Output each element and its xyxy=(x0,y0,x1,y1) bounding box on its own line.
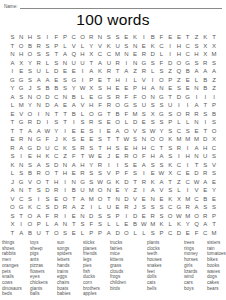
grid-cell: E xyxy=(87,135,96,144)
grid-cell: I xyxy=(61,127,70,136)
grid-cell: J xyxy=(26,84,35,93)
grid-cell: G xyxy=(17,178,26,187)
grid-cell: C xyxy=(175,161,184,170)
grid-cell: D xyxy=(87,212,96,221)
grid-cell: L xyxy=(78,93,87,102)
grid-cell: Z xyxy=(210,84,219,93)
grid-cell: E xyxy=(166,84,175,93)
grid-cell: T xyxy=(104,195,113,204)
grid-cell: S xyxy=(166,152,175,161)
grid-cell: E xyxy=(113,186,122,195)
grid-cell: H xyxy=(52,178,61,187)
grid-cell: F xyxy=(157,33,166,42)
grid-cell: I xyxy=(122,59,131,68)
grid-cell: N xyxy=(8,50,17,59)
grid-cell: M xyxy=(183,212,192,221)
grid-cell: C xyxy=(201,229,210,238)
grid-cell: D xyxy=(131,212,140,221)
grid-cell: L xyxy=(139,229,148,238)
grid-cell: B xyxy=(201,84,210,93)
grid-cell: C xyxy=(17,195,26,204)
grid-cell: P xyxy=(113,212,122,221)
grid-cell: M xyxy=(210,50,219,59)
grid-cell: R xyxy=(34,42,43,51)
grid-cell: K xyxy=(61,144,70,153)
word-item: beds xyxy=(2,291,30,297)
grid-cell: T xyxy=(17,212,26,221)
grid-cell: E xyxy=(52,76,61,85)
grid-cell: I xyxy=(113,161,122,170)
grid-cell: T xyxy=(17,127,26,136)
grid-cell: F xyxy=(122,110,131,119)
grid-cell: R xyxy=(192,110,201,119)
grid-cell: D xyxy=(52,67,61,76)
grid-cell: G xyxy=(157,93,166,102)
grid-cell: W xyxy=(139,220,148,229)
grid-cell: P xyxy=(210,212,219,221)
grid-cell: Z xyxy=(166,67,175,76)
grid-cell: Z xyxy=(131,67,140,76)
grid-cell: R xyxy=(104,67,113,76)
grid-cell: A xyxy=(34,127,43,136)
grid-cell: I xyxy=(201,93,210,102)
grid-cell: I xyxy=(175,101,184,110)
grid-cell: R xyxy=(139,178,148,187)
grid-cell: L xyxy=(78,42,87,51)
grid-cell: S xyxy=(148,229,157,238)
grid-cell: X xyxy=(210,42,219,51)
grid-cell: A xyxy=(52,101,61,110)
grid-cell: M xyxy=(183,195,192,204)
grid-cell: I xyxy=(166,50,175,59)
grid-cell: S xyxy=(34,33,43,42)
grid-cell: Z xyxy=(61,152,70,161)
grid-cell: F xyxy=(52,33,61,42)
grid-cell: G xyxy=(96,93,105,102)
grid-cell: E xyxy=(139,42,148,51)
grid-cell: U xyxy=(78,186,87,195)
grid-cell: C xyxy=(166,229,175,238)
grid-cell: L xyxy=(131,229,140,238)
grid-cell: H xyxy=(139,84,148,93)
grid-cell: T xyxy=(201,127,210,136)
word-item: babies xyxy=(57,291,83,297)
grid-cell: S xyxy=(210,118,219,127)
grid-cell: A xyxy=(8,59,17,68)
grid-cell: N xyxy=(61,93,70,102)
grid-cell: R xyxy=(139,67,148,76)
grid-cell: N xyxy=(157,84,166,93)
grid-cell: O xyxy=(34,93,43,102)
grid-cell: T xyxy=(104,110,113,119)
grid-cell: O xyxy=(148,135,157,144)
grid-cell: A xyxy=(17,229,26,238)
grid-cell: N xyxy=(148,195,157,204)
grid-cell: E xyxy=(78,127,87,136)
grid-cell: K xyxy=(113,178,122,187)
grid-cell: U xyxy=(201,152,210,161)
grid-cell: G xyxy=(17,203,26,212)
grid-cell: E xyxy=(122,33,131,42)
grid-cell: Y xyxy=(26,101,35,110)
grid-cell: T xyxy=(87,59,96,68)
grid-cell: R xyxy=(104,101,113,110)
grid-cell: S xyxy=(8,33,17,42)
grid-cell: V xyxy=(157,186,166,195)
grid-cell: N xyxy=(43,110,52,119)
grid-cell: S xyxy=(131,135,140,144)
grid-cell: I xyxy=(201,118,210,127)
grid-cell: F xyxy=(69,152,78,161)
grid-cell: U xyxy=(34,67,43,76)
grid-cell: M xyxy=(131,110,140,119)
grid-cell: T xyxy=(52,50,61,59)
grid-cell: P xyxy=(61,33,70,42)
grid-cell: X xyxy=(166,169,175,178)
grid-cell: U xyxy=(113,42,122,51)
grid-cell: P xyxy=(210,101,219,110)
grid-cell: I xyxy=(166,42,175,51)
grid-cell: N xyxy=(148,93,157,102)
grid-cell: H xyxy=(61,169,70,178)
grid-cell: X xyxy=(210,135,219,144)
grid-cell: Z xyxy=(192,33,201,42)
grid-cell: R xyxy=(201,59,210,68)
grid-cell: T xyxy=(210,33,219,42)
grid-cell: Z xyxy=(210,76,219,85)
grid-cell: H xyxy=(131,144,140,153)
grid-cell: S xyxy=(148,161,157,170)
grid-cell: E xyxy=(131,161,140,170)
grid-cell: A xyxy=(157,178,166,187)
grid-cell: N xyxy=(192,84,201,93)
grid-cell: G xyxy=(183,93,192,102)
grid-cell: T xyxy=(8,229,17,238)
grid-cell: Y xyxy=(8,84,17,93)
word-list-column-1: thingsshoesrabbitsmenorangespetssnailsco… xyxy=(2,240,30,297)
grid-cell: A xyxy=(201,178,210,187)
grid-cell: L xyxy=(175,186,184,195)
name-blank-line xyxy=(20,3,222,9)
grid-cell: O xyxy=(175,110,184,119)
grid-cell: X xyxy=(201,50,210,59)
grid-cell: C xyxy=(148,144,157,153)
grid-cell: T xyxy=(183,33,192,42)
grid-cell: C xyxy=(175,127,184,136)
grid-cell: K xyxy=(148,178,157,187)
grid-cell: I xyxy=(183,101,192,110)
grid-cell: G xyxy=(17,76,26,85)
grid-cell: G xyxy=(17,118,26,127)
grid-cell: E xyxy=(61,101,70,110)
grid-cell: K xyxy=(26,203,35,212)
grid-cell: N xyxy=(122,50,131,59)
grid-cell: T xyxy=(8,42,17,51)
grid-cell: A xyxy=(122,67,131,76)
grid-cell: M xyxy=(87,195,96,204)
grid-cell: E xyxy=(52,195,61,204)
grid-cell: G xyxy=(17,84,26,93)
grid-cell: R xyxy=(113,59,122,68)
grid-cell: I xyxy=(104,161,113,170)
grid-cell: K xyxy=(157,220,166,229)
grid-cell: L xyxy=(78,110,87,119)
grid-cell: H xyxy=(104,84,113,93)
grid-cell: U xyxy=(69,59,78,68)
grid-cell: L xyxy=(61,42,70,51)
grid-cell: S xyxy=(148,59,157,68)
grid-cell: R xyxy=(183,110,192,119)
grid-cell: I xyxy=(61,186,70,195)
grid-cell: I xyxy=(78,67,87,76)
grid-cell: L xyxy=(78,229,87,238)
grid-cell: S xyxy=(69,144,78,153)
grid-cell: T xyxy=(104,135,113,144)
grid-cell: M xyxy=(183,135,192,144)
grid-cell: S xyxy=(148,118,157,127)
grid-cell: W xyxy=(122,135,131,144)
grid-cell: I xyxy=(87,203,96,212)
grid-cell: S xyxy=(61,76,70,85)
grid-cell: W xyxy=(157,169,166,178)
grid-cell: A xyxy=(8,93,17,102)
grid-cell: O xyxy=(139,93,148,102)
grid-cell: X xyxy=(175,195,184,204)
grid-cell: Y xyxy=(52,127,61,136)
grid-cell: O xyxy=(78,33,87,42)
grid-cell: T xyxy=(43,178,52,187)
grid-cell: M xyxy=(17,101,26,110)
grid-cell: M xyxy=(87,186,96,195)
grid-cell: M xyxy=(148,220,157,229)
grid-cell: B xyxy=(69,110,78,119)
grid-cell: B xyxy=(131,220,140,229)
grid-cell: K xyxy=(96,67,105,76)
grid-cell: R xyxy=(34,169,43,178)
grid-cell: A xyxy=(87,67,96,76)
grid-cell: Q xyxy=(69,50,78,59)
grid-cell: G xyxy=(139,59,148,68)
grid-cell: S xyxy=(43,161,52,170)
grid-cell: P xyxy=(87,76,96,85)
grid-cell: E xyxy=(113,84,122,93)
grid-cell: A xyxy=(210,67,219,76)
grid-cell: D xyxy=(201,135,210,144)
grid-cell: U xyxy=(104,59,113,68)
grid-cell: G xyxy=(78,178,87,187)
grid-cell: W xyxy=(148,127,157,136)
grid-cell: H xyxy=(192,50,201,59)
grid-cell: A xyxy=(201,67,210,76)
grid-cell: O xyxy=(26,212,35,221)
grid-cell: S xyxy=(96,169,105,178)
grid-cell: O xyxy=(43,169,52,178)
grid-cell: A xyxy=(157,152,166,161)
grid-cell: A xyxy=(96,59,105,68)
puzzle-title: 100 words xyxy=(0,11,226,29)
grid-cell: O xyxy=(113,118,122,127)
grid-cell: I xyxy=(148,76,157,85)
grid-cell: T xyxy=(96,144,105,153)
grid-cell: R xyxy=(122,203,131,212)
grid-cell: O xyxy=(96,195,105,204)
grid-cell: G xyxy=(69,76,78,85)
word-list-column-2: toyssheeppigsantspizzasflowerseyeschicke… xyxy=(30,240,57,297)
grid-cell: E xyxy=(166,33,175,42)
grid-cell: C xyxy=(183,42,192,51)
grid-cell: E xyxy=(192,127,201,136)
grid-cell: V xyxy=(131,195,140,204)
grid-cell: G xyxy=(26,144,35,153)
grid-cell: N xyxy=(192,152,201,161)
grid-cell: Y xyxy=(69,84,78,93)
grid-cell: O xyxy=(8,203,17,212)
grid-cell: X xyxy=(87,50,96,59)
grid-cell: E xyxy=(139,212,148,221)
grid-cell: H xyxy=(113,76,122,85)
grid-cell: T xyxy=(8,127,17,136)
grid-cell: T xyxy=(69,195,78,204)
grid-cell: O xyxy=(166,212,175,221)
grid-cell: V xyxy=(78,101,87,110)
grid-cell: O xyxy=(210,127,219,136)
grid-cell: S xyxy=(131,101,140,110)
grid-cell: L xyxy=(43,220,52,229)
grid-cell: S xyxy=(26,76,35,85)
grid-cell: O xyxy=(34,178,43,187)
grid-cell: O xyxy=(26,220,35,229)
grid-cell: H xyxy=(17,50,26,59)
grid-cell: L xyxy=(113,220,122,229)
grid-cell: S xyxy=(87,169,96,178)
grid-cell: I xyxy=(34,110,43,119)
grid-cell: O xyxy=(157,135,166,144)
grid-cell: K xyxy=(148,42,157,51)
grid-cell: N xyxy=(61,59,70,68)
grid-cell: S xyxy=(34,84,43,93)
grid-cell: E xyxy=(69,127,78,136)
grid-cell: L xyxy=(175,118,184,127)
grid-cell: L xyxy=(157,50,166,59)
grid-cell: A xyxy=(61,50,70,59)
grid-cell: R xyxy=(87,33,96,42)
grid-cell: T xyxy=(61,118,70,127)
grid-cell: A xyxy=(69,161,78,170)
grid-cell: M xyxy=(192,135,201,144)
grid-cell: Y xyxy=(26,59,35,68)
grid-cell: W xyxy=(175,212,184,221)
grid-cell: O xyxy=(61,195,70,204)
grid-cell: F xyxy=(157,59,166,68)
word-list-column-5: trucksfairiesmicekittensgrasscloudsfrogs… xyxy=(110,240,147,297)
grid-cell: D xyxy=(52,203,61,212)
grid-cell: S xyxy=(26,195,35,204)
grid-cell: T xyxy=(113,135,122,144)
grid-cell: H xyxy=(87,101,96,110)
grid-cell: K xyxy=(175,220,184,229)
grid-cell: S xyxy=(96,135,105,144)
grid-cell: S xyxy=(96,220,105,229)
grid-cell: Y xyxy=(157,127,166,136)
grid-cell: A xyxy=(34,161,43,170)
grid-cell: H xyxy=(78,50,87,59)
name-label: Name: xyxy=(4,4,18,9)
grid-cell: E xyxy=(113,152,122,161)
grid-cell: N xyxy=(17,186,26,195)
grid-cell: E xyxy=(210,178,219,187)
grid-cell: T xyxy=(131,178,140,187)
grid-cell: S xyxy=(139,127,148,136)
grid-cell: D xyxy=(122,178,131,187)
grid-cell: S xyxy=(69,135,78,144)
grid-cell: K xyxy=(201,33,210,42)
grid-cell: B xyxy=(210,110,219,119)
grid-cell: U xyxy=(34,229,43,238)
grid-cell: I xyxy=(61,212,70,221)
grid-cell: S xyxy=(166,127,175,136)
grid-cell: I xyxy=(183,161,192,170)
grid-cell: O xyxy=(131,152,140,161)
word-list-column-3: sunsongsspiderslettershandstrainseggscha… xyxy=(57,240,83,297)
grid-cell: S xyxy=(122,42,131,51)
grid-cell: N xyxy=(61,220,70,229)
grid-cell: I xyxy=(122,76,131,85)
grid-cell: N xyxy=(96,33,105,42)
grid-cell: S xyxy=(201,203,210,212)
grid-cell: U xyxy=(166,101,175,110)
grid-cell: F xyxy=(43,135,52,144)
grid-cell: N xyxy=(34,101,43,110)
grid-cell: D xyxy=(166,59,175,68)
grid-cell: R xyxy=(113,93,122,102)
grid-cell: G xyxy=(183,59,192,68)
grid-cell: E xyxy=(8,135,17,144)
grid-cell: R xyxy=(87,118,96,127)
grid-cell: E xyxy=(139,195,148,204)
grid-cell: L xyxy=(8,169,17,178)
grid-cell: D xyxy=(175,229,184,238)
grid-cell: W xyxy=(78,84,87,93)
grid-cell: X xyxy=(201,42,210,51)
grid-cell: I xyxy=(96,127,105,136)
grid-cell: S xyxy=(157,118,166,127)
grid-cell: S xyxy=(210,169,219,178)
grid-cell: R xyxy=(61,203,70,212)
grid-cell: S xyxy=(157,161,166,170)
grid-cell: R xyxy=(122,152,131,161)
grid-cell: J xyxy=(104,152,113,161)
word-list-column-6: plantsclocksteethhousessnakesfeetdollsca… xyxy=(147,240,184,297)
grid-cell: S xyxy=(87,178,96,187)
grid-cell: S xyxy=(157,101,166,110)
grid-cell: R xyxy=(201,169,210,178)
grid-cell: R xyxy=(17,135,26,144)
grid-cell: S xyxy=(139,110,148,119)
grid-cell: I xyxy=(183,186,192,195)
grid-cell: J xyxy=(131,203,140,212)
grid-cell: A xyxy=(26,127,35,136)
grid-cell: V xyxy=(26,178,35,187)
grid-cell: L xyxy=(166,220,175,229)
grid-cell: S xyxy=(26,161,35,170)
grid-cell: C xyxy=(52,152,61,161)
grid-cell: A xyxy=(201,220,210,229)
grid-cell: E xyxy=(183,229,192,238)
grid-cell: U xyxy=(139,101,148,110)
grid-cell: O xyxy=(113,101,122,110)
word-item: bears xyxy=(207,286,226,292)
grid-cell: H xyxy=(26,33,35,42)
